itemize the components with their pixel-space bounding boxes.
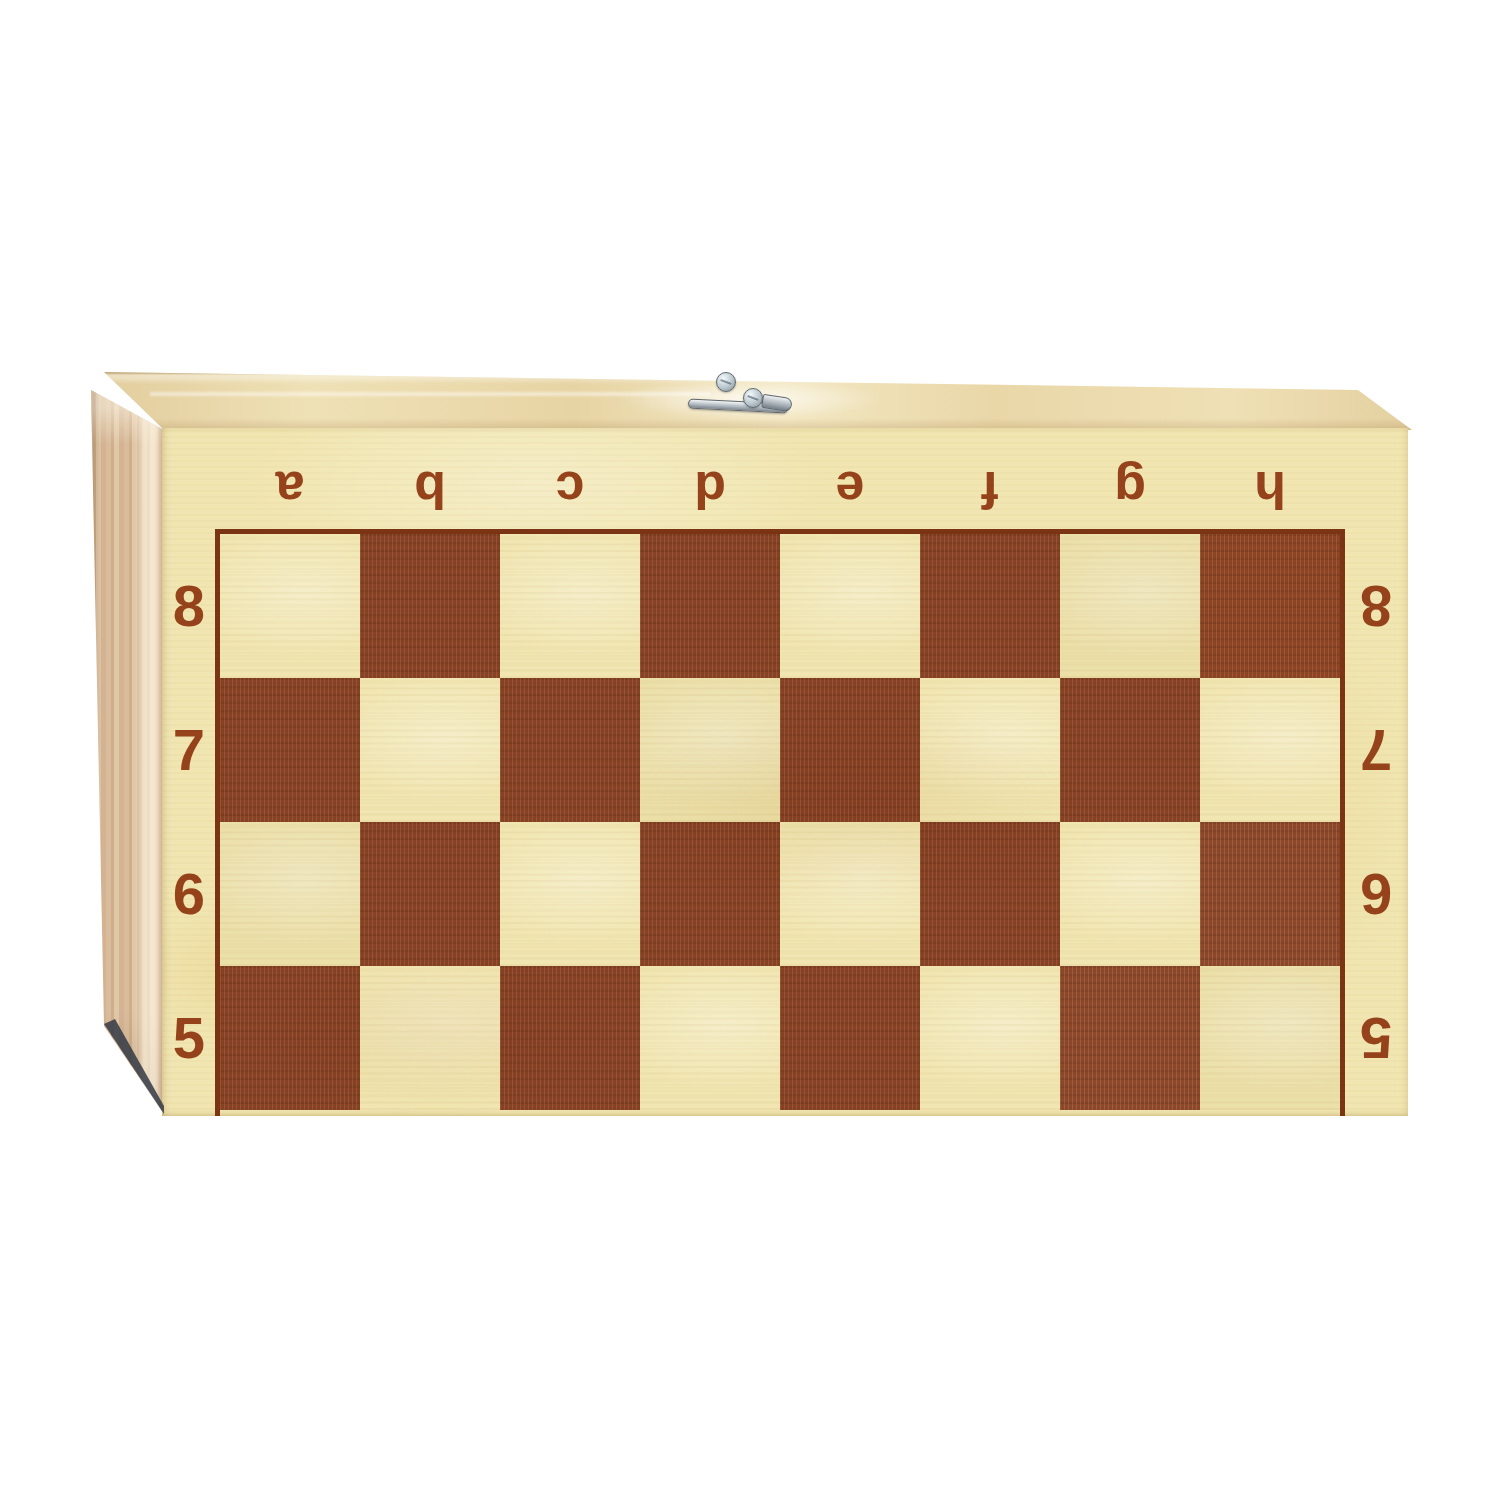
square-f6 [920, 822, 1060, 966]
latch-screw-top-icon [716, 372, 736, 392]
square-c5 [500, 966, 640, 1110]
square-c6 [500, 822, 640, 966]
square-d6 [640, 822, 780, 966]
rank-label-right-6: 6 [1360, 865, 1392, 923]
square-e6 [780, 822, 920, 966]
box-side-face [88, 370, 166, 1118]
file-label-b: b [414, 464, 446, 516]
square-a8 [220, 534, 360, 678]
square-d5 [640, 966, 780, 1110]
square-h7 [1200, 678, 1340, 822]
square-f5 [920, 966, 1060, 1110]
square-g6 [1060, 822, 1200, 966]
square-f8 [920, 534, 1060, 678]
square-e5 [780, 966, 920, 1110]
square-a7 [220, 678, 360, 822]
square-b5 [360, 966, 500, 1110]
square-g8 [1060, 534, 1200, 678]
rank-label-right-8: 8 [1360, 577, 1392, 635]
square-h8 [1200, 534, 1340, 678]
file-label-a: a [276, 464, 305, 516]
rank-label-left-6: 6 [173, 865, 205, 923]
latch-screw-pivot-icon [743, 388, 763, 408]
file-label-e: e [836, 464, 865, 516]
file-label-c: c [556, 464, 585, 516]
square-f7 [920, 678, 1060, 822]
square-c7 [500, 678, 640, 822]
file-label-h: h [1254, 464, 1286, 516]
square-a5 [220, 966, 360, 1110]
board-grid [220, 534, 1340, 1110]
square-h6 [1200, 822, 1340, 966]
square-g5 [1060, 966, 1200, 1110]
square-h5 [1200, 966, 1340, 1110]
square-b6 [360, 822, 500, 966]
file-label-g: g [1114, 464, 1146, 516]
square-a6 [220, 822, 360, 966]
board-face: abcdefgh 8765 8765 [162, 428, 1408, 1116]
rank-label-right-7: 7 [1360, 721, 1392, 779]
rank-label-left-7: 7 [173, 721, 205, 779]
square-e8 [780, 534, 920, 678]
square-b7 [360, 678, 500, 822]
file-label-f: f [981, 464, 998, 516]
product-photo-canvas: abcdefgh 8765 8765 [0, 0, 1500, 1500]
square-g7 [1060, 678, 1200, 822]
square-d7 [640, 678, 780, 822]
square-b8 [360, 534, 500, 678]
square-c8 [500, 534, 640, 678]
square-d8 [640, 534, 780, 678]
square-e7 [780, 678, 920, 822]
file-label-d: d [694, 464, 726, 516]
rank-label-left-5: 5 [173, 1009, 205, 1067]
rank-label-right-5: 5 [1360, 1009, 1392, 1067]
rank-label-left-8: 8 [173, 577, 205, 635]
